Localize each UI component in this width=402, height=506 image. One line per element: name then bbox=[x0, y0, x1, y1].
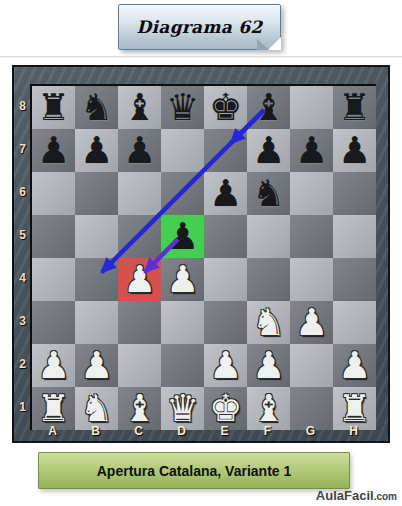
square-h5[interactable] bbox=[333, 215, 376, 258]
square-a6[interactable] bbox=[32, 172, 75, 215]
square-a3[interactable] bbox=[32, 301, 75, 344]
file-labels: ABCDEFGH bbox=[31, 425, 375, 441]
piece-white-pawn[interactable]: ♟ bbox=[295, 301, 328, 344]
square-h7[interactable]: ♟ bbox=[333, 129, 376, 172]
rank-label-3: 3 bbox=[14, 300, 31, 343]
rank-label-7: 7 bbox=[14, 128, 31, 171]
square-a7[interactable]: ♟ bbox=[32, 129, 75, 172]
square-b5[interactable] bbox=[75, 215, 118, 258]
diagram-title: Diagrama 62 bbox=[137, 17, 263, 37]
piece-black-rook[interactable]: ♜ bbox=[37, 86, 70, 129]
file-label-b: B bbox=[74, 424, 117, 438]
square-g6[interactable] bbox=[290, 172, 333, 215]
square-a5[interactable] bbox=[32, 215, 75, 258]
board-grid: ♜♞♝♛♚♝♜♟♟♟♟♟♟♟♞♟♟♟♞♟♟♟♟♟♟♜♞♝♛♚♝♜ bbox=[31, 85, 375, 429]
piece-white-knight[interactable]: ♞ bbox=[252, 301, 285, 344]
file-label-a: A bbox=[31, 424, 74, 438]
square-b3[interactable] bbox=[75, 301, 118, 344]
piece-white-pawn[interactable]: ♟ bbox=[338, 344, 371, 387]
square-b6[interactable] bbox=[75, 172, 118, 215]
square-c6[interactable] bbox=[118, 172, 161, 215]
square-f7[interactable]: ♟ bbox=[247, 129, 290, 172]
rank-label-1: 1 bbox=[14, 386, 31, 429]
square-e6[interactable]: ♟ bbox=[204, 172, 247, 215]
square-g3[interactable]: ♟ bbox=[290, 301, 333, 344]
square-g4[interactable] bbox=[290, 258, 333, 301]
square-e5[interactable] bbox=[204, 215, 247, 258]
square-h2[interactable]: ♟ bbox=[333, 344, 376, 387]
caption-box: Apertura Catalana, Variante 1 bbox=[38, 452, 350, 489]
piece-white-pawn[interactable]: ♟ bbox=[166, 258, 199, 301]
square-e3[interactable] bbox=[204, 301, 247, 344]
square-b7[interactable]: ♟ bbox=[75, 129, 118, 172]
square-f2[interactable]: ♟ bbox=[247, 344, 290, 387]
square-c3[interactable] bbox=[118, 301, 161, 344]
file-label-f: F bbox=[246, 424, 289, 438]
piece-black-pawn[interactable]: ♟ bbox=[209, 172, 242, 215]
piece-black-pawn[interactable]: ♟ bbox=[295, 129, 328, 172]
square-d5[interactable]: ♟ bbox=[161, 215, 204, 258]
piece-black-queen[interactable]: ♛ bbox=[166, 86, 199, 129]
piece-white-pawn[interactable]: ♟ bbox=[123, 258, 156, 301]
square-d6[interactable] bbox=[161, 172, 204, 215]
square-g2[interactable] bbox=[290, 344, 333, 387]
watermark-suffix: .com bbox=[374, 491, 397, 502]
piece-black-bishop[interactable]: ♝ bbox=[123, 86, 156, 129]
file-label-h: H bbox=[332, 424, 375, 438]
square-g7[interactable]: ♟ bbox=[290, 129, 333, 172]
file-label-d: D bbox=[160, 424, 203, 438]
piece-black-pawn[interactable]: ♟ bbox=[252, 129, 285, 172]
square-c2[interactable] bbox=[118, 344, 161, 387]
rank-label-6: 6 bbox=[14, 171, 31, 214]
piece-white-pawn[interactable]: ♟ bbox=[252, 344, 285, 387]
square-d8[interactable]: ♛ bbox=[161, 86, 204, 129]
piece-black-rook[interactable]: ♜ bbox=[338, 86, 371, 129]
watermark: AulaFacil.com bbox=[316, 486, 397, 504]
square-f6[interactable]: ♞ bbox=[247, 172, 290, 215]
piece-black-king[interactable]: ♚ bbox=[209, 86, 242, 129]
square-b4[interactable] bbox=[75, 258, 118, 301]
watermark-brand: AulaFacil bbox=[316, 488, 374, 503]
square-d2[interactable] bbox=[161, 344, 204, 387]
square-g8[interactable] bbox=[290, 86, 333, 129]
file-label-c: C bbox=[117, 424, 160, 438]
square-h8[interactable]: ♜ bbox=[333, 86, 376, 129]
square-f8[interactable]: ♝ bbox=[247, 86, 290, 129]
piece-white-pawn[interactable]: ♟ bbox=[37, 344, 70, 387]
square-c5[interactable] bbox=[118, 215, 161, 258]
square-f4[interactable] bbox=[247, 258, 290, 301]
square-e8[interactable]: ♚ bbox=[204, 86, 247, 129]
square-h6[interactable] bbox=[333, 172, 376, 215]
square-f3[interactable]: ♞ bbox=[247, 301, 290, 344]
piece-white-pawn[interactable]: ♟ bbox=[209, 344, 242, 387]
square-h4[interactable] bbox=[333, 258, 376, 301]
square-g5[interactable] bbox=[290, 215, 333, 258]
rank-labels: 87654321 bbox=[14, 85, 31, 429]
piece-black-pawn[interactable]: ♟ bbox=[80, 129, 113, 172]
rank-label-2: 2 bbox=[14, 343, 31, 386]
piece-black-pawn[interactable]: ♟ bbox=[37, 129, 70, 172]
square-e2[interactable]: ♟ bbox=[204, 344, 247, 387]
square-a8[interactable]: ♜ bbox=[32, 86, 75, 129]
piece-black-knight[interactable]: ♞ bbox=[252, 172, 285, 215]
divider-line bbox=[0, 56, 402, 58]
square-e4[interactable] bbox=[204, 258, 247, 301]
square-h3[interactable] bbox=[333, 301, 376, 344]
square-d4[interactable]: ♟ bbox=[161, 258, 204, 301]
square-f5[interactable] bbox=[247, 215, 290, 258]
rank-label-8: 8 bbox=[14, 85, 31, 128]
rank-label-4: 4 bbox=[14, 257, 31, 300]
piece-black-knight[interactable]: ♞ bbox=[80, 86, 113, 129]
square-a2[interactable]: ♟ bbox=[32, 344, 75, 387]
file-label-g: G bbox=[289, 424, 332, 438]
square-d3[interactable] bbox=[161, 301, 204, 344]
square-b8[interactable]: ♞ bbox=[75, 86, 118, 129]
piece-white-pawn[interactable]: ♟ bbox=[80, 344, 113, 387]
piece-black-pawn[interactable]: ♟ bbox=[123, 129, 156, 172]
square-a4[interactable] bbox=[32, 258, 75, 301]
page: Diagrama 62 87654321 ♜♞♝♛♚♝♜♟♟♟♟♟♟♟♞♟♟♟♞… bbox=[0, 0, 402, 506]
file-label-e: E bbox=[203, 424, 246, 438]
square-c8[interactable]: ♝ bbox=[118, 86, 161, 129]
piece-black-pawn[interactable]: ♟ bbox=[338, 129, 371, 172]
opening-caption: Apertura Catalana, Variante 1 bbox=[97, 463, 292, 479]
square-c7[interactable]: ♟ bbox=[118, 129, 161, 172]
square-b2[interactable]: ♟ bbox=[75, 344, 118, 387]
square-c4[interactable]: ♟ bbox=[118, 258, 161, 301]
diagram-title-banner: Diagrama 62 bbox=[118, 4, 281, 50]
rank-label-5: 5 bbox=[14, 214, 31, 257]
chess-board: 87654321 ♜♞♝♛♚♝♜♟♟♟♟♟♟♟♞♟♟♟♞♟♟♟♟♟♟♜♞♝♛♚♝… bbox=[12, 65, 390, 443]
square-d7[interactable] bbox=[161, 129, 204, 172]
piece-black-pawn[interactable]: ♟ bbox=[166, 215, 199, 258]
square-e7[interactable] bbox=[204, 129, 247, 172]
piece-black-bishop[interactable]: ♝ bbox=[252, 86, 285, 129]
